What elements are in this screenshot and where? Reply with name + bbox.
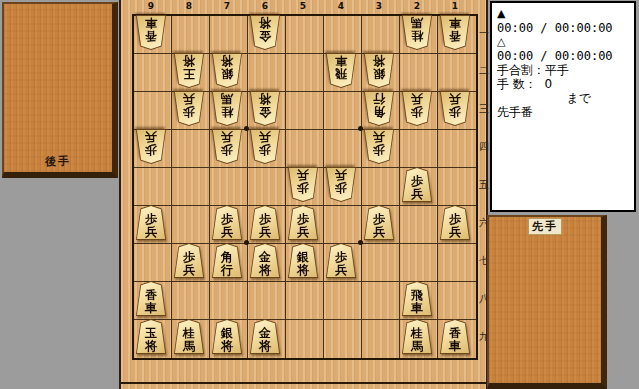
rank-coordinate-label: 三 xyxy=(478,90,490,128)
turn-indicator: 先手番 xyxy=(497,105,629,119)
board-square[interactable] xyxy=(324,320,362,358)
piece-6-4[interactable]: 歩兵 xyxy=(249,129,281,164)
piece-kanji: 桂馬 xyxy=(173,319,205,354)
piece-kanji: 歩兵 xyxy=(287,167,319,202)
file-coordinate-label: 5 xyxy=(284,1,322,11)
file-coordinate-label: 7 xyxy=(208,1,246,11)
piece-kanji: 角行 xyxy=(211,243,243,278)
piece-7-3[interactable]: 桂馬 xyxy=(211,91,243,126)
board-square[interactable] xyxy=(134,168,172,206)
rank-coordinate-label: 五 xyxy=(478,166,490,204)
piece-1-9[interactable]: 香車 xyxy=(439,319,471,354)
piece-kanji: 銀将 xyxy=(211,319,243,354)
piece-kanji: 飛車 xyxy=(325,53,357,88)
board-square[interactable] xyxy=(210,16,248,54)
move-count-label: 手 数： 0 xyxy=(497,77,629,91)
piece-kanji: 桂馬 xyxy=(401,15,433,50)
board-square[interactable] xyxy=(248,168,286,206)
piece-kanji: 歩兵 xyxy=(211,205,243,240)
piece-9-8[interactable]: 香車 xyxy=(135,281,167,316)
piece-7-9[interactable]: 銀将 xyxy=(211,319,243,354)
piece-8-9[interactable]: 桂馬 xyxy=(173,319,205,354)
piece-9-6[interactable]: 歩兵 xyxy=(135,205,167,240)
rank-coordinate-label: 二 xyxy=(478,52,490,90)
board-square[interactable] xyxy=(324,16,362,54)
piece-kanji: 銀将 xyxy=(363,53,395,88)
piece-7-6[interactable]: 歩兵 xyxy=(211,205,243,240)
board-square[interactable] xyxy=(362,16,400,54)
board-square[interactable] xyxy=(286,320,324,358)
piece-3-2[interactable]: 銀将 xyxy=(363,53,395,88)
board-square[interactable] xyxy=(172,16,210,54)
piece-1-1[interactable]: 香車 xyxy=(439,15,471,50)
piece-9-1[interactable]: 香車 xyxy=(135,15,167,50)
piece-kanji: 歩兵 xyxy=(439,91,471,126)
piece-9-9[interactable]: 玉将 xyxy=(135,319,167,354)
made-label: まで xyxy=(497,91,629,105)
board-square[interactable] xyxy=(362,168,400,206)
piece-3-3[interactable]: 角行 xyxy=(363,91,395,126)
gote-clock: 00:00 / 00:00:00 xyxy=(497,49,629,63)
piece-kanji: 歩兵 xyxy=(249,205,281,240)
file-coordinate-label: 6 xyxy=(246,1,284,11)
piece-4-2[interactable]: 飛車 xyxy=(325,53,357,88)
rank-coordinate-label: 四 xyxy=(478,128,490,166)
board-square[interactable] xyxy=(438,244,476,282)
sente-komadai[interactable]: 先手 xyxy=(487,215,607,389)
file-coordinate-label: 9 xyxy=(132,1,170,11)
piece-2-3[interactable]: 歩兵 xyxy=(401,91,433,126)
gote-komadai-label: 後手 xyxy=(45,154,71,169)
sente-komadai-label: 先手 xyxy=(528,218,562,235)
board-square[interactable] xyxy=(172,168,210,206)
board-square[interactable] xyxy=(438,130,476,168)
info-panel: ▲ 00:00 / 00:00:00 △ 00:00 / 00:00:00 手合… xyxy=(490,1,636,212)
piece-7-2[interactable]: 銀将 xyxy=(211,53,243,88)
piece-kanji: 歩兵 xyxy=(363,129,395,164)
board-square[interactable] xyxy=(286,16,324,54)
piece-kanji: 歩兵 xyxy=(363,205,395,240)
piece-6-7[interactable]: 金将 xyxy=(249,243,281,278)
board-square[interactable] xyxy=(400,206,438,244)
piece-kanji: 歩兵 xyxy=(401,167,433,202)
board-square[interactable] xyxy=(248,54,286,92)
file-coordinate-label: 8 xyxy=(170,1,208,11)
board-square[interactable] xyxy=(362,282,400,320)
piece-7-4[interactable]: 歩兵 xyxy=(211,129,243,164)
piece-kanji: 歩兵 xyxy=(211,129,243,164)
piece-9-4[interactable]: 歩兵 xyxy=(135,129,167,164)
piece-kanji: 歩兵 xyxy=(135,205,167,240)
board-square[interactable] xyxy=(172,130,210,168)
board-square[interactable] xyxy=(400,130,438,168)
piece-2-5[interactable]: 歩兵 xyxy=(401,167,433,202)
piece-1-6[interactable]: 歩兵 xyxy=(439,205,471,240)
board-square[interactable] xyxy=(324,282,362,320)
sente-clock: 00:00 / 00:00:00 xyxy=(497,21,629,35)
piece-kanji: 香車 xyxy=(439,15,471,50)
file-coordinate-label: 1 xyxy=(436,1,474,11)
piece-kanji: 香車 xyxy=(135,281,167,316)
board-square[interactable] xyxy=(324,92,362,130)
board-square[interactable] xyxy=(210,282,248,320)
piece-kanji: 金将 xyxy=(249,319,281,354)
piece-kanji: 桂馬 xyxy=(211,91,243,126)
piece-kanji: 歩兵 xyxy=(135,129,167,164)
file-coordinate-label: 4 xyxy=(322,1,360,11)
piece-2-8[interactable]: 飛車 xyxy=(401,281,433,316)
piece-kanji: 歩兵 xyxy=(173,91,205,126)
gote-mark-icon: △ xyxy=(497,35,629,49)
piece-6-3[interactable]: 金将 xyxy=(249,91,281,126)
board-square[interactable] xyxy=(362,244,400,282)
board-square[interactable] xyxy=(134,54,172,92)
board-square[interactable] xyxy=(438,282,476,320)
piece-2-1[interactable]: 桂馬 xyxy=(401,15,433,50)
board-square[interactable] xyxy=(172,206,210,244)
piece-1-3[interactable]: 歩兵 xyxy=(439,91,471,126)
piece-kanji: 金将 xyxy=(249,91,281,126)
piece-kanji: 角行 xyxy=(363,91,395,126)
piece-8-2[interactable]: 王将 xyxy=(173,53,205,88)
piece-7-7[interactable]: 角行 xyxy=(211,243,243,278)
board-square[interactable] xyxy=(134,92,172,130)
piece-kanji: 飛車 xyxy=(401,281,433,316)
piece-8-7[interactable]: 歩兵 xyxy=(173,243,205,278)
piece-kanji: 桂馬 xyxy=(401,319,433,354)
board-square[interactable] xyxy=(286,54,324,92)
sente-mark-icon: ▲ xyxy=(497,7,629,21)
file-coordinate-label: 3 xyxy=(360,1,398,11)
piece-kanji: 歩兵 xyxy=(325,243,357,278)
piece-5-7[interactable]: 銀将 xyxy=(287,243,319,278)
board-square[interactable] xyxy=(286,130,324,168)
piece-kanji: 金将 xyxy=(249,243,281,278)
board-square[interactable] xyxy=(286,92,324,130)
board-square[interactable] xyxy=(324,206,362,244)
board-square[interactable] xyxy=(172,282,210,320)
piece-6-1[interactable]: 金将 xyxy=(249,15,281,50)
piece-3-6[interactable]: 歩兵 xyxy=(363,205,395,240)
piece-4-7[interactable]: 歩兵 xyxy=(325,243,357,278)
piece-8-3[interactable]: 歩兵 xyxy=(173,91,205,126)
piece-6-9[interactable]: 金将 xyxy=(249,319,281,354)
rank-coordinate-label: 一 xyxy=(478,14,490,52)
piece-kanji: 玉将 xyxy=(135,319,167,354)
board-square[interactable] xyxy=(324,130,362,168)
piece-kanji: 歩兵 xyxy=(173,243,205,278)
file-coordinate-label: 2 xyxy=(398,1,436,11)
shogi-app-window: 後手 987654321一二三四五六七八九香車金将桂馬香車王将銀将飛車銀将歩兵桂… xyxy=(0,0,639,389)
piece-kanji: 銀将 xyxy=(211,53,243,88)
board-square[interactable] xyxy=(210,168,248,206)
piece-kanji: 歩兵 xyxy=(287,205,319,240)
star-point xyxy=(358,240,363,245)
board-square[interactable] xyxy=(400,244,438,282)
piece-kanji: 歩兵 xyxy=(401,91,433,126)
piece-2-9[interactable]: 桂馬 xyxy=(401,319,433,354)
handicap-label: 手合割：平手 xyxy=(497,63,629,77)
piece-kanji: 歩兵 xyxy=(249,129,281,164)
piece-5-6[interactable]: 歩兵 xyxy=(287,205,319,240)
piece-kanji: 金将 xyxy=(249,15,281,50)
piece-kanji: 香車 xyxy=(439,319,471,354)
board-square[interactable] xyxy=(400,54,438,92)
piece-4-5[interactable]: 歩兵 xyxy=(325,167,357,202)
piece-kanji: 歩兵 xyxy=(325,167,357,202)
piece-kanji: 香車 xyxy=(135,15,167,50)
piece-3-4[interactable]: 歩兵 xyxy=(363,129,395,164)
piece-kanji: 歩兵 xyxy=(439,205,471,240)
piece-kanji: 銀将 xyxy=(287,243,319,278)
board-square[interactable] xyxy=(438,54,476,92)
board-edge xyxy=(121,382,486,384)
piece-kanji: 王将 xyxy=(173,53,205,88)
board-square[interactable] xyxy=(438,168,476,206)
piece-6-6[interactable]: 歩兵 xyxy=(249,205,281,240)
board-square[interactable] xyxy=(286,282,324,320)
shogi-board[interactable]: 987654321一二三四五六七八九香車金将桂馬香車王将銀将飛車銀将歩兵桂馬金将… xyxy=(119,0,488,389)
board-square[interactable] xyxy=(362,320,400,358)
board-square[interactable] xyxy=(248,282,286,320)
board-square[interactable] xyxy=(134,244,172,282)
piece-5-5[interactable]: 歩兵 xyxy=(287,167,319,202)
gote-komadai[interactable]: 後手 xyxy=(2,2,118,178)
